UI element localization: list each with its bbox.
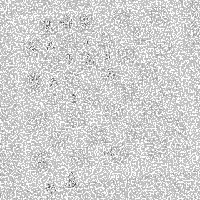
square-a4[interactable]: [26, 93, 46, 114]
square-h1[interactable]: [166, 135, 188, 157]
board-maker-stamp: [176, 144, 178, 146]
square-b2[interactable]: [48, 129, 69, 151]
square-d3[interactable]: [85, 105, 106, 126]
white-bishop-g1[interactable]: ♝: [146, 133, 168, 155]
black-king-c8[interactable]: ♚: [56, 12, 76, 32]
square-b4[interactable]: [45, 91, 66, 112]
white-pawn-h2[interactable]: ♟: [163, 113, 185, 135]
square-b3[interactable]: [47, 109, 68, 130]
board-margin-marks: [177, 38, 189, 85]
black-bishop-e6[interactable]: ♝: [97, 44, 118, 64]
black-knight-e5[interactable]: ♞: [99, 63, 120, 84]
square-e8[interactable]: [93, 12, 113, 32]
square-a3[interactable]: [28, 112, 49, 133]
white-pawn-g7[interactable]: ♟: [132, 24, 153, 44]
square-g1[interactable]: ♝: [147, 137, 169, 159]
square-c1[interactable]: [69, 146, 90, 168]
square-d2[interactable]: [87, 124, 108, 146]
black-pawn-a7[interactable]: ♟: [22, 36, 42, 56]
square-a1[interactable]: ♝: [31, 150, 52, 172]
square-h6[interactable]: [153, 41, 174, 61]
black-queen-a5[interactable]: ♛: [24, 69, 44, 90]
white-pawn-f7[interactable]: ♟: [114, 26, 135, 46]
square-h8[interactable]: [148, 6, 169, 26]
square-f7[interactable]: ♟: [114, 28, 135, 48]
black-pawn-b5[interactable]: ♟: [43, 70, 63, 91]
chess-board: ♜♚♜♜♟♟♟♟♟♞♟♝♛♟♞♞♟♛♚♟♝♝: [10, 0, 200, 190]
square-e2[interactable]: [106, 122, 128, 144]
square-b1[interactable]: [50, 148, 71, 170]
square-c2[interactable]: [68, 126, 89, 148]
square-h2[interactable]: ♟: [163, 115, 185, 137]
square-g4[interactable]: [139, 80, 160, 101]
square-f5[interactable]: ♞: [118, 64, 139, 85]
black-bishop-a1[interactable]: ♝: [30, 146, 51, 168]
square-a7[interactable]: ♟: [22, 38, 42, 58]
square-f2[interactable]: [125, 120, 147, 142]
square-a5[interactable]: ♛: [25, 74, 45, 95]
black-knight-c6[interactable]: ♞: [60, 49, 80, 69]
black-rook-d8[interactable]: ♜: [75, 12, 95, 32]
square-b5[interactable]: ♟: [43, 72, 63, 93]
square-e5[interactable]: ♞: [99, 66, 120, 87]
square-d6[interactable]: ♟: [79, 50, 100, 70]
square-h7[interactable]: [151, 23, 172, 43]
loose-black-piece-top[interactable]: [104, 149, 116, 158]
square-h4[interactable]: ♛: [158, 78, 180, 99]
square-c3[interactable]: [66, 107, 87, 128]
black-pawn-c4[interactable]: ♟: [64, 86, 85, 107]
white-rook-g8[interactable]: ♜: [130, 6, 151, 26]
square-f1[interactable]: [127, 139, 149, 161]
square-g6[interactable]: [135, 43, 156, 63]
white-queen-h4[interactable]: ♛: [157, 73, 179, 94]
chessboard-photo: ♜♚♜♜♟♟♟♟♟♞♟♝♛♟♞♞♟♛♚♟♝♝ ♟ ♟: [0, 0, 200, 200]
black-pawn-d6[interactable]: ♟: [79, 48, 100, 68]
black-pawn-b7[interactable]: ♟: [40, 34, 60, 54]
square-c8[interactable]: ♚: [57, 16, 77, 36]
square-e4[interactable]: [102, 84, 123, 105]
black-rook-b8[interactable]: ♜: [39, 16, 59, 36]
square-g5[interactable]: [137, 61, 158, 82]
white-knight-f5[interactable]: ♞: [118, 61, 139, 82]
captured-black-piece[interactable]: ♟: [42, 176, 60, 196]
square-f3[interactable]: [123, 101, 144, 122]
square-g7[interactable]: ♟: [132, 25, 153, 45]
square-d4[interactable]: [83, 86, 104, 107]
table-edge-shadow: [190, 0, 200, 45]
square-f4[interactable]: [120, 82, 141, 103]
square-d5[interactable]: [81, 68, 102, 89]
square-e3[interactable]: [104, 103, 125, 124]
captured-black-piece[interactable]: ♟: [62, 170, 81, 191]
white-king-g2[interactable]: ♚: [144, 113, 166, 134]
square-b7[interactable]: ♟: [40, 36, 60, 56]
table-left-streak: [0, 88, 3, 200]
board-grid: ♜♚♜♜♟♟♟♟♟♞♟♝♛♟♞♞♟♛♚♟♝♝: [20, 6, 188, 172]
square-c6[interactable]: ♞: [60, 52, 80, 72]
black-pawn-d7[interactable]: ♟: [77, 30, 97, 50]
square-c4[interactable]: ♟: [64, 88, 85, 109]
